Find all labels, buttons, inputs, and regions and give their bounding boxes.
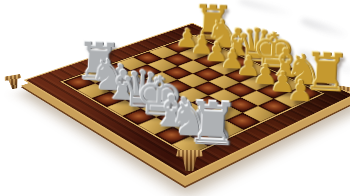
piece-gold-bishop: ♝ [220, 24, 243, 59]
piece-cast-shadow [300, 17, 348, 39]
board-squares: ♜♟♟♜♞♟♟♞♝♟♟♝♛♟♟♛♚♟♟♚♝♟♟♝♞♟♟♞♜♟♟♜ [60, 35, 324, 157]
piece-cast-shadow [238, 0, 292, 17]
piece-gold-king: ♚ [251, 29, 275, 73]
piece-gold-knight: ♞ [205, 16, 228, 52]
square-d4 [177, 73, 209, 87]
piece-silver-rook: ♜ [74, 38, 99, 86]
corner-foot-left [4, 74, 23, 91]
square-d2: ♟ [209, 61, 240, 74]
square-f6 [174, 103, 208, 119]
chess-set-photo: ♜♟♟♜♞♟♟♞♝♟♟♝♛♟♟♛♚♟♟♚♝♟♟♝♞♟♟♞♜♟♟♜ [0, 0, 350, 196]
piece-gold-rook: ♜ [190, 2, 213, 45]
piece-gold-bishop: ♝ [268, 45, 292, 81]
piece-gold-queen: ♛ [235, 24, 259, 66]
